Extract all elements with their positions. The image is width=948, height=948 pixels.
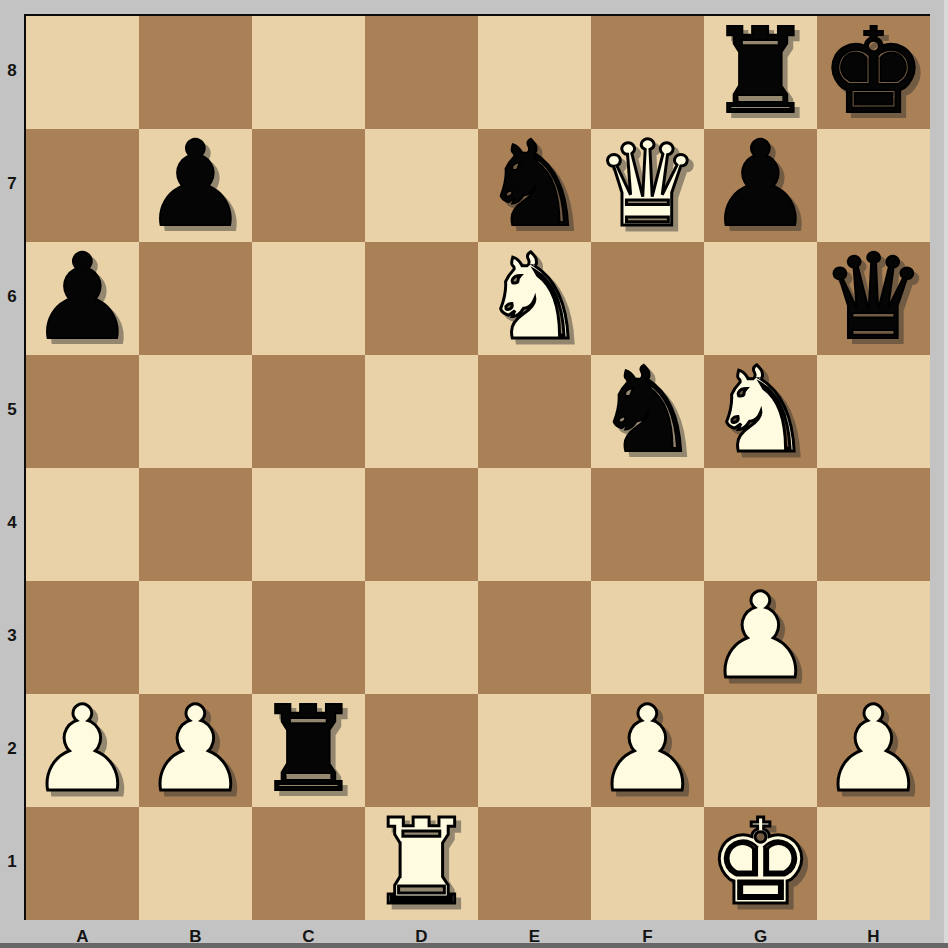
square-c1[interactable] xyxy=(252,807,365,920)
piece-white-knight-e6[interactable]: ♞ xyxy=(478,242,591,355)
rank-label-1: 1 xyxy=(0,805,24,918)
piece-black-knight-f5[interactable]: ♞ xyxy=(591,355,704,468)
piece-white-pawn-a2[interactable]: ♟ xyxy=(26,694,139,807)
square-g8[interactable]: ♜ xyxy=(704,16,817,129)
square-f2[interactable]: ♟ xyxy=(591,694,704,807)
square-h7[interactable] xyxy=(817,129,930,242)
square-e3[interactable] xyxy=(478,581,591,694)
square-b8[interactable] xyxy=(139,16,252,129)
square-f3[interactable] xyxy=(591,581,704,694)
rank-label-4: 4 xyxy=(0,466,24,579)
square-g6[interactable] xyxy=(704,242,817,355)
square-b1[interactable] xyxy=(139,807,252,920)
piece-white-rook-d1[interactable]: ♜ xyxy=(365,807,478,920)
square-g1[interactable]: ♚ xyxy=(704,807,817,920)
square-a4[interactable] xyxy=(26,468,139,581)
square-e5[interactable] xyxy=(478,355,591,468)
square-g2[interactable] xyxy=(704,694,817,807)
square-h5[interactable] xyxy=(817,355,930,468)
rank-label-6: 6 xyxy=(0,240,24,353)
square-c8[interactable] xyxy=(252,16,365,129)
square-b7[interactable]: ♟ xyxy=(139,129,252,242)
piece-black-pawn-g7[interactable]: ♟ xyxy=(704,129,817,242)
square-h8[interactable]: ♚ xyxy=(817,16,930,129)
square-c7[interactable] xyxy=(252,129,365,242)
square-d5[interactable] xyxy=(365,355,478,468)
square-a7[interactable] xyxy=(26,129,139,242)
square-h3[interactable] xyxy=(817,581,930,694)
piece-white-pawn-g3[interactable]: ♟ xyxy=(704,581,817,694)
square-f1[interactable] xyxy=(591,807,704,920)
square-g4[interactable] xyxy=(704,468,817,581)
square-h2[interactable]: ♟ xyxy=(817,694,930,807)
square-e7[interactable]: ♞ xyxy=(478,129,591,242)
rank-label-5: 5 xyxy=(0,353,24,466)
square-d3[interactable] xyxy=(365,581,478,694)
square-f6[interactable] xyxy=(591,242,704,355)
square-d6[interactable] xyxy=(365,242,478,355)
square-e1[interactable] xyxy=(478,807,591,920)
square-f5[interactable]: ♞ xyxy=(591,355,704,468)
square-d1[interactable]: ♜ xyxy=(365,807,478,920)
square-a6[interactable]: ♟ xyxy=(26,242,139,355)
window-edge-bottom xyxy=(0,943,948,948)
square-h4[interactable] xyxy=(817,468,930,581)
chess-board-window: ♜♚♟♞♛♟♟♞♛♞♞♟♟♟♜♟♟♜♚ 87654321 ABCDEFGH xyxy=(0,0,948,948)
piece-black-pawn-a6[interactable]: ♟ xyxy=(26,242,139,355)
square-b5[interactable] xyxy=(139,355,252,468)
square-e8[interactable] xyxy=(478,16,591,129)
window-edge-right xyxy=(944,0,948,948)
square-b6[interactable] xyxy=(139,242,252,355)
square-b4[interactable] xyxy=(139,468,252,581)
piece-white-queen-f7[interactable]: ♛ xyxy=(591,129,704,242)
square-h6[interactable]: ♛ xyxy=(817,242,930,355)
piece-black-knight-e7[interactable]: ♞ xyxy=(478,129,591,242)
rank-label-2: 2 xyxy=(0,692,24,805)
rank-label-3: 3 xyxy=(0,579,24,692)
piece-white-knight-g5[interactable]: ♞ xyxy=(704,355,817,468)
square-c5[interactable] xyxy=(252,355,365,468)
square-a3[interactable] xyxy=(26,581,139,694)
square-c2[interactable]: ♜ xyxy=(252,694,365,807)
piece-white-pawn-f2[interactable]: ♟ xyxy=(591,694,704,807)
rank-label-8: 8 xyxy=(0,14,24,127)
piece-black-king-h8[interactable]: ♚ xyxy=(817,16,930,129)
square-g7[interactable]: ♟ xyxy=(704,129,817,242)
square-d8[interactable] xyxy=(365,16,478,129)
square-g3[interactable]: ♟ xyxy=(704,581,817,694)
square-b3[interactable] xyxy=(139,581,252,694)
rank-label-7: 7 xyxy=(0,127,24,240)
chess-board: ♜♚♟♞♛♟♟♞♛♞♞♟♟♟♜♟♟♜♚ xyxy=(24,14,930,920)
square-h1[interactable] xyxy=(817,807,930,920)
piece-black-queen-h6[interactable]: ♛ xyxy=(817,242,930,355)
square-c4[interactable] xyxy=(252,468,365,581)
square-b2[interactable]: ♟ xyxy=(139,694,252,807)
piece-black-rook-c2[interactable]: ♜ xyxy=(252,694,365,807)
square-d4[interactable] xyxy=(365,468,478,581)
square-e6[interactable]: ♞ xyxy=(478,242,591,355)
square-d2[interactable] xyxy=(365,694,478,807)
square-f4[interactable] xyxy=(591,468,704,581)
piece-black-pawn-b7[interactable]: ♟ xyxy=(139,129,252,242)
square-a2[interactable]: ♟ xyxy=(26,694,139,807)
square-e2[interactable] xyxy=(478,694,591,807)
square-e4[interactable] xyxy=(478,468,591,581)
square-a8[interactable] xyxy=(26,16,139,129)
square-c3[interactable] xyxy=(252,581,365,694)
square-c6[interactable] xyxy=(252,242,365,355)
square-d7[interactable] xyxy=(365,129,478,242)
piece-white-pawn-h2[interactable]: ♟ xyxy=(817,694,930,807)
square-g5[interactable]: ♞ xyxy=(704,355,817,468)
piece-black-rook-g8[interactable]: ♜ xyxy=(704,16,817,129)
piece-white-pawn-b2[interactable]: ♟ xyxy=(139,694,252,807)
piece-white-king-g1[interactable]: ♚ xyxy=(704,807,817,920)
square-f8[interactable] xyxy=(591,16,704,129)
square-f7[interactable]: ♛ xyxy=(591,129,704,242)
square-a1[interactable] xyxy=(26,807,139,920)
square-a5[interactable] xyxy=(26,355,139,468)
